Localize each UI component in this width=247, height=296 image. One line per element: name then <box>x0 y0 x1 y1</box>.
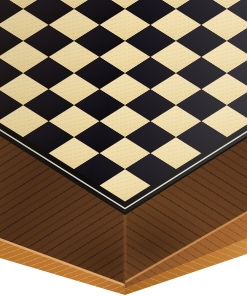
chessboard-product-photo <box>0 0 247 296</box>
